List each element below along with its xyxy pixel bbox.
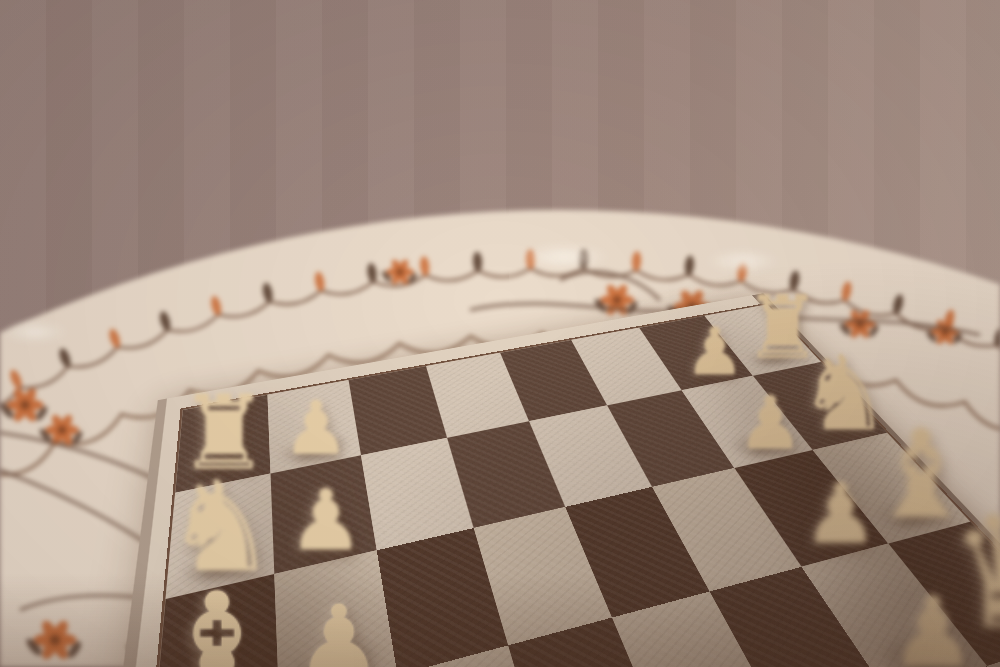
board-squares: ♜♟♟♜♞♟♟♞♝♟♟♝♛♟♟♛♚♟♟♚♝♟♟♝♞♟♟♞♜♟♟♜ bbox=[0, 305, 1000, 667]
piece-white-bishop[interactable]: ♝ bbox=[150, 576, 286, 667]
photo-scene: ♜♟♟♜♞♟♟♞♝♟♟♝♛♟♟♛♚♟♟♚♝♟♟♝♞♟♟♞♜♟♟♜ bbox=[0, 0, 1000, 667]
piece-black-pawn[interactable]: ♟ bbox=[889, 588, 975, 667]
chessboard: ♜♟♟♜♞♟♟♞♝♟♟♝♛♟♟♛♚♟♟♚♝♟♟♝♞♟♟♞♜♟♟♜ bbox=[0, 293, 1000, 667]
piece-black-pawn[interactable]: ♟ bbox=[803, 475, 878, 554]
piece-black-pawn[interactable]: ♟ bbox=[685, 321, 744, 384]
board-perspective-scene: ♜♟♟♜♞♟♟♞♝♟♟♝♛♟♟♛♚♟♟♚♝♟♟♝♞♟♟♞♜♟♟♜ bbox=[0, 0, 1000, 667]
piece-white-pawn[interactable]: ♟ bbox=[288, 482, 363, 562]
square-c1[interactable]: ♝ bbox=[153, 574, 279, 667]
piece-white-pawn[interactable]: ♟ bbox=[295, 596, 382, 667]
piece-white-pawn[interactable]: ♟ bbox=[283, 394, 349, 464]
piece-black-pawn[interactable]: ♟ bbox=[737, 389, 803, 459]
